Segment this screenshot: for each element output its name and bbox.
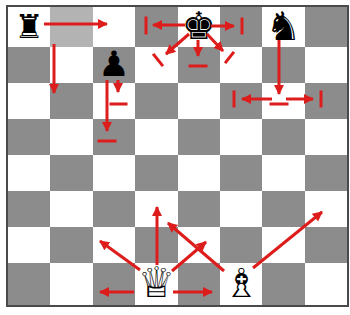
square-b1	[50, 263, 92, 305]
square-f2	[220, 227, 262, 263]
square-a4	[8, 155, 50, 191]
square-d6	[135, 83, 177, 119]
square-h4	[305, 155, 347, 191]
square-a6	[8, 83, 50, 119]
square-c2	[93, 227, 135, 263]
square-a1	[8, 263, 50, 305]
square-e5	[178, 119, 220, 155]
square-f4	[220, 155, 262, 191]
square-a2	[8, 227, 50, 263]
chess-move-diagram: ♜♚♞♟♕♗	[0, 0, 350, 315]
square-d4	[135, 155, 177, 191]
square-b2	[50, 227, 92, 263]
square-h7	[305, 47, 347, 83]
board: ♜♚♞♟♕♗	[6, 5, 349, 307]
square-h3	[305, 191, 347, 227]
square-c3	[93, 191, 135, 227]
square-b5	[50, 119, 92, 155]
square-g5	[262, 119, 304, 155]
square-f8	[220, 7, 262, 47]
square-e6	[178, 83, 220, 119]
square-g3	[262, 191, 304, 227]
square-b6	[50, 83, 92, 119]
square-c8	[93, 7, 135, 47]
white-queen-piece: ♕	[137, 262, 175, 304]
square-g7	[262, 47, 304, 83]
square-c6	[93, 83, 135, 119]
square-e1	[178, 263, 220, 305]
black-pawn-piece: ♟	[98, 47, 129, 82]
square-b3	[50, 191, 92, 227]
square-a5	[8, 119, 50, 155]
white-bishop-piece: ♗	[223, 263, 259, 303]
square-d3	[135, 191, 177, 227]
square-c1	[93, 263, 135, 305]
square-c4	[93, 155, 135, 191]
square-a7	[8, 47, 50, 83]
square-e8: ♚	[178, 7, 220, 47]
square-c7: ♟	[93, 47, 135, 83]
square-h1	[305, 263, 347, 305]
square-a8: ♜	[8, 7, 50, 47]
black-king-piece: ♚	[182, 7, 216, 45]
square-g2	[262, 227, 304, 263]
square-d5	[135, 119, 177, 155]
square-g4	[262, 155, 304, 191]
square-g6	[262, 83, 304, 119]
square-e4	[178, 155, 220, 191]
square-f3	[220, 191, 262, 227]
square-d1: ♕	[135, 263, 177, 305]
black-knight-piece: ♞	[266, 6, 302, 46]
square-h5	[305, 119, 347, 155]
square-e3	[178, 191, 220, 227]
square-f6	[220, 83, 262, 119]
square-c5	[93, 119, 135, 155]
square-b7	[50, 47, 92, 83]
square-b8	[50, 7, 92, 47]
square-g1	[262, 263, 304, 305]
square-f7	[220, 47, 262, 83]
square-h6	[305, 83, 347, 119]
square-f5	[220, 119, 262, 155]
square-d7	[135, 47, 177, 83]
square-f1: ♗	[220, 263, 262, 305]
square-h8	[305, 7, 347, 47]
square-d8	[135, 7, 177, 47]
square-g8: ♞	[262, 7, 304, 47]
black-rook-piece: ♜	[14, 10, 44, 43]
square-e2	[178, 227, 220, 263]
square-h2	[305, 227, 347, 263]
square-a3	[8, 191, 50, 227]
square-e7	[178, 47, 220, 83]
square-b4	[50, 155, 92, 191]
